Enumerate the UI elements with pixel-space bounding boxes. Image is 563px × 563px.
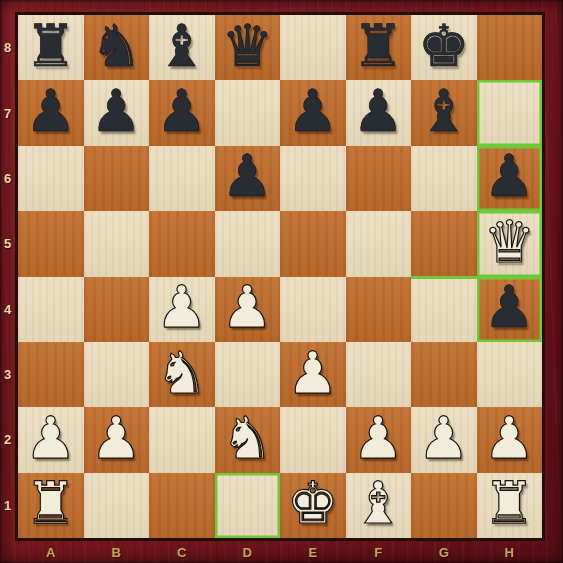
square-h3[interactable] [477,342,543,407]
square-c3[interactable]: ♞ [149,342,215,407]
file-label-h: H [477,541,543,563]
piece-black-knight: ♞ [90,17,142,75]
square-c8[interactable]: ♝ [149,15,215,80]
piece-white-knight: ♞ [156,344,208,402]
square-e3[interactable]: ♟ [280,342,346,407]
square-e8[interactable] [280,15,346,80]
chess-board-frame: 87654321 ♜♞♝♛♜♚♟♟♟♟♟♝♟♟♛♟♟♟♞♟♟♟♞♟♟♟♜♚♝♜ … [0,0,563,563]
square-b6[interactable] [84,146,150,211]
chess-board: ♜♞♝♛♜♚♟♟♟♟♟♝♟♟♛♟♟♟♞♟♟♟♞♟♟♟♜♚♝♜ [18,15,542,538]
square-d6[interactable]: ♟ [215,146,281,211]
piece-black-pawn: ♟ [25,82,77,140]
square-f5[interactable] [346,211,412,276]
piece-white-bishop: ♝ [352,474,404,532]
square-d7[interactable] [215,80,281,145]
rank-label-5: 5 [0,211,15,276]
piece-white-knight: ♞ [221,409,273,467]
rank-label-3: 3 [0,342,15,407]
file-label-b: B [84,541,150,563]
square-g7[interactable]: ♝ [411,80,477,145]
piece-white-pawn: ♟ [352,409,404,467]
square-g3[interactable] [411,342,477,407]
square-f3[interactable] [346,342,412,407]
square-d8[interactable]: ♛ [215,15,281,80]
square-h7[interactable] [477,80,543,145]
file-label-f: F [346,541,412,563]
square-h5[interactable]: ♛ [477,211,543,276]
square-d3[interactable] [215,342,281,407]
square-c7[interactable]: ♟ [149,80,215,145]
square-e7[interactable]: ♟ [280,80,346,145]
square-b4[interactable] [84,277,150,342]
piece-white-pawn: ♟ [25,409,77,467]
square-c4[interactable]: ♟ [149,277,215,342]
square-a4[interactable] [18,277,84,342]
square-f8[interactable]: ♜ [346,15,412,80]
piece-white-king: ♚ [287,474,339,532]
piece-black-queen: ♛ [221,17,273,75]
rank-label-2: 2 [0,407,15,472]
piece-black-pawn: ♟ [352,82,404,140]
piece-white-pawn: ♟ [90,409,142,467]
piece-white-pawn: ♟ [156,278,208,336]
rank-label-1: 1 [0,473,15,538]
square-g2[interactable]: ♟ [411,407,477,472]
file-label-d: D [215,541,281,563]
square-f2[interactable]: ♟ [346,407,412,472]
square-d4[interactable]: ♟ [215,277,281,342]
square-h1[interactable]: ♜ [477,473,543,538]
piece-white-rook: ♜ [483,474,535,532]
square-a8[interactable]: ♜ [18,15,84,80]
piece-black-pawn: ♟ [221,147,273,205]
square-c1[interactable] [149,473,215,538]
square-a2[interactable]: ♟ [18,407,84,472]
piece-black-pawn: ♟ [483,147,535,205]
square-a7[interactable]: ♟ [18,80,84,145]
square-b1[interactable] [84,473,150,538]
square-f4[interactable] [346,277,412,342]
square-e2[interactable] [280,407,346,472]
piece-black-pawn: ♟ [156,82,208,140]
square-a5[interactable] [18,211,84,276]
file-label-c: C [149,541,215,563]
square-a6[interactable] [18,146,84,211]
piece-white-pawn: ♟ [418,409,470,467]
file-label-g: G [411,541,477,563]
file-label-a: A [18,541,84,563]
square-a3[interactable] [18,342,84,407]
square-g1[interactable] [411,473,477,538]
square-c6[interactable] [149,146,215,211]
board-edge: ♜♞♝♛♜♚♟♟♟♟♟♝♟♟♛♟♟♟♞♟♟♟♞♟♟♟♜♚♝♜ [15,12,545,541]
square-e5[interactable] [280,211,346,276]
file-label-e: E [280,541,346,563]
square-d1[interactable] [215,473,281,538]
piece-black-bishop: ♝ [156,17,208,75]
square-d5[interactable] [215,211,281,276]
square-d2[interactable]: ♞ [215,407,281,472]
piece-white-pawn: ♟ [483,409,535,467]
square-b7[interactable]: ♟ [84,80,150,145]
piece-black-king: ♚ [418,17,470,75]
piece-white-rook: ♜ [25,474,77,532]
square-a1[interactable]: ♜ [18,473,84,538]
rank-label-6: 6 [0,146,15,211]
piece-black-rook: ♜ [25,17,77,75]
rank-label-7: 7 [0,80,15,145]
square-g4[interactable] [411,277,477,342]
square-e6[interactable] [280,146,346,211]
file-labels: ABCDEFGH [18,541,542,563]
piece-black-bishop: ♝ [418,82,470,140]
square-g5[interactable] [411,211,477,276]
piece-black-pawn: ♟ [483,278,535,336]
square-f1[interactable]: ♝ [346,473,412,538]
square-h4[interactable]: ♟ [477,277,543,342]
rank-labels: 87654321 [0,15,15,538]
square-b2[interactable]: ♟ [84,407,150,472]
square-e4[interactable] [280,277,346,342]
piece-black-pawn: ♟ [287,82,339,140]
square-e1[interactable]: ♚ [280,473,346,538]
piece-white-pawn: ♟ [221,278,273,336]
rank-label-4: 4 [0,277,15,342]
square-f6[interactable] [346,146,412,211]
piece-white-pawn: ♟ [287,344,339,402]
rank-label-8: 8 [0,15,15,80]
square-h8[interactable] [477,15,543,80]
square-b3[interactable] [84,342,150,407]
square-g6[interactable] [411,146,477,211]
piece-black-rook: ♜ [352,17,404,75]
square-b5[interactable] [84,211,150,276]
piece-white-queen: ♛ [483,213,535,271]
square-f7[interactable]: ♟ [346,80,412,145]
square-b8[interactable]: ♞ [84,15,150,80]
square-g8[interactable]: ♚ [411,15,477,80]
square-c5[interactable] [149,211,215,276]
square-c2[interactable] [149,407,215,472]
piece-black-pawn: ♟ [90,82,142,140]
square-h2[interactable]: ♟ [477,407,543,472]
square-h6[interactable]: ♟ [477,146,543,211]
